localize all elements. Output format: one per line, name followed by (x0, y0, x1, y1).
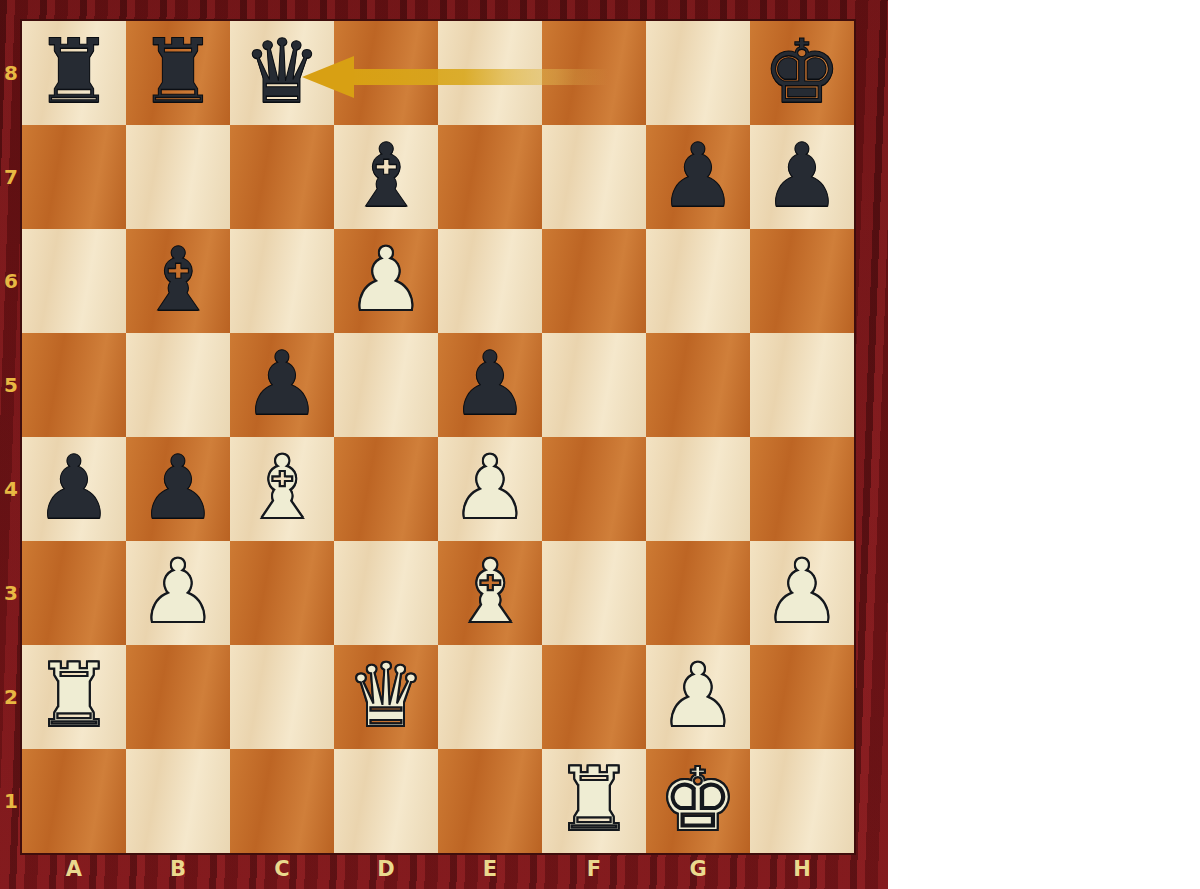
square-f1[interactable]: ♜ (542, 749, 646, 853)
piece-black-pawn[interactable]: ♟ (22, 437, 126, 541)
square-b4[interactable]: ♟ (126, 437, 230, 541)
piece-black-queen[interactable]: ♛ (230, 21, 334, 125)
piece-black-bishop[interactable]: ♝ (334, 125, 438, 229)
square-g2[interactable]: ♟ (646, 645, 750, 749)
square-h2[interactable] (750, 645, 854, 749)
square-f8[interactable] (542, 21, 646, 125)
rank-label-1: 1 (0, 749, 22, 853)
file-label-a: A (22, 853, 126, 889)
square-b3[interactable]: ♟ (126, 541, 230, 645)
piece-black-king[interactable]: ♚ (750, 21, 854, 125)
piece-white-rook[interactable]: ♜ (22, 645, 126, 749)
piece-white-pawn[interactable]: ♟ (750, 541, 854, 645)
file-label-f: F (542, 853, 646, 889)
square-a7[interactable] (22, 125, 126, 229)
square-d5[interactable] (334, 333, 438, 437)
square-g1[interactable]: ♚ (646, 749, 750, 853)
square-a8[interactable]: ♜ (22, 21, 126, 125)
piece-white-pawn[interactable]: ♟ (438, 437, 542, 541)
square-c3[interactable] (230, 541, 334, 645)
square-e4[interactable]: ♟ (438, 437, 542, 541)
square-g4[interactable] (646, 437, 750, 541)
square-h8[interactable]: ♚ (750, 21, 854, 125)
square-g5[interactable] (646, 333, 750, 437)
piece-white-queen[interactable]: ♛ (334, 645, 438, 749)
square-e5[interactable]: ♟ (438, 333, 542, 437)
rank-label-3: 3 (0, 541, 22, 645)
square-h5[interactable] (750, 333, 854, 437)
square-d8[interactable] (334, 21, 438, 125)
piece-white-bishop[interactable]: ♝ (230, 437, 334, 541)
piece-white-pawn[interactable]: ♟ (126, 541, 230, 645)
square-b6[interactable]: ♝ (126, 229, 230, 333)
rank-label-7: 7 (0, 125, 22, 229)
square-f6[interactable] (542, 229, 646, 333)
rank-label-4: 4 (0, 437, 22, 541)
square-c5[interactable]: ♟ (230, 333, 334, 437)
file-label-b: B (126, 853, 230, 889)
piece-white-pawn[interactable]: ♟ (334, 229, 438, 333)
square-c1[interactable] (230, 749, 334, 853)
square-c8[interactable]: ♛ (230, 21, 334, 125)
square-b5[interactable] (126, 333, 230, 437)
square-e8[interactable] (438, 21, 542, 125)
rank-label-5: 5 (0, 333, 22, 437)
piece-black-pawn[interactable]: ♟ (438, 333, 542, 437)
square-d1[interactable] (334, 749, 438, 853)
rank-label-8: 8 (0, 21, 22, 125)
square-f3[interactable] (542, 541, 646, 645)
square-f2[interactable] (542, 645, 646, 749)
piece-black-pawn[interactable]: ♟ (230, 333, 334, 437)
square-c4[interactable]: ♝ (230, 437, 334, 541)
rank-label-2: 2 (0, 645, 22, 749)
square-a1[interactable] (22, 749, 126, 853)
square-f4[interactable] (542, 437, 646, 541)
square-e6[interactable] (438, 229, 542, 333)
square-h6[interactable] (750, 229, 854, 333)
square-h1[interactable] (750, 749, 854, 853)
square-d4[interactable] (334, 437, 438, 541)
square-a5[interactable] (22, 333, 126, 437)
square-d2[interactable]: ♛ (334, 645, 438, 749)
chess-board-frame: ♜♜♛♚♝♟♟♝♟♟♟♟♟♝♟♟♝♟♜♛♟♜♚ 87654321ABCDEFGH (0, 0, 888, 889)
square-f5[interactable] (542, 333, 646, 437)
chess-board: ♜♜♛♚♝♟♟♝♟♟♟♟♟♝♟♟♝♟♜♛♟♜♚ (22, 21, 854, 853)
square-h7[interactable]: ♟ (750, 125, 854, 229)
piece-white-pawn[interactable]: ♟ (646, 645, 750, 749)
piece-black-rook[interactable]: ♜ (126, 21, 230, 125)
square-c7[interactable] (230, 125, 334, 229)
square-e7[interactable] (438, 125, 542, 229)
square-a4[interactable]: ♟ (22, 437, 126, 541)
square-d7[interactable]: ♝ (334, 125, 438, 229)
square-a2[interactable]: ♜ (22, 645, 126, 749)
square-d3[interactable] (334, 541, 438, 645)
square-h3[interactable]: ♟ (750, 541, 854, 645)
piece-black-rook[interactable]: ♜ (22, 21, 126, 125)
square-g3[interactable] (646, 541, 750, 645)
square-b7[interactable] (126, 125, 230, 229)
square-b1[interactable] (126, 749, 230, 853)
square-g7[interactable]: ♟ (646, 125, 750, 229)
square-b8[interactable]: ♜ (126, 21, 230, 125)
square-c6[interactable] (230, 229, 334, 333)
file-label-c: C (230, 853, 334, 889)
piece-black-pawn[interactable]: ♟ (646, 125, 750, 229)
square-a3[interactable] (22, 541, 126, 645)
square-a6[interactable] (22, 229, 126, 333)
square-e1[interactable] (438, 749, 542, 853)
square-g6[interactable] (646, 229, 750, 333)
file-label-h: H (750, 853, 854, 889)
square-e2[interactable] (438, 645, 542, 749)
square-h4[interactable] (750, 437, 854, 541)
square-f7[interactable] (542, 125, 646, 229)
square-b2[interactable] (126, 645, 230, 749)
piece-white-king[interactable]: ♚ (646, 749, 750, 853)
piece-black-pawn[interactable]: ♟ (126, 437, 230, 541)
piece-white-bishop[interactable]: ♝ (438, 541, 542, 645)
rank-label-6: 6 (0, 229, 22, 333)
square-g8[interactable] (646, 21, 750, 125)
square-c2[interactable] (230, 645, 334, 749)
file-label-d: D (334, 853, 438, 889)
piece-black-pawn[interactable]: ♟ (750, 125, 854, 229)
file-label-g: G (646, 853, 750, 889)
piece-white-rook[interactable]: ♜ (542, 749, 646, 853)
file-label-e: E (438, 853, 542, 889)
square-d6[interactable]: ♟ (334, 229, 438, 333)
piece-black-bishop[interactable]: ♝ (126, 229, 230, 333)
square-e3[interactable]: ♝ (438, 541, 542, 645)
